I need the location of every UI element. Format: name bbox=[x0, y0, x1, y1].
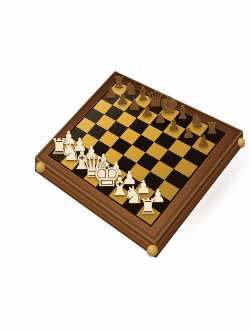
chess-set-photo: ♜♞♝♛♚♝♞♜♟♟♟♟♟♟♟♟♟♟♟♟♟♟♟♟♜♞♝♛♚♝♞♜ bbox=[0, 0, 250, 333]
board-foot-right bbox=[238, 138, 245, 147]
piece-black-pawn[interactable]: ♟ bbox=[128, 98, 141, 112]
board-foot-left bbox=[36, 162, 45, 173]
piece-black-pawn[interactable]: ♟ bbox=[168, 119, 181, 133]
board-foot-near bbox=[147, 245, 158, 256]
piece-black-pawn[interactable]: ♟ bbox=[116, 92, 129, 106]
piece-black-pawn[interactable]: ♟ bbox=[182, 126, 195, 140]
piece-black-pawn[interactable]: ♟ bbox=[141, 105, 154, 119]
piece-white-rook[interactable]: ♜ bbox=[139, 196, 158, 217]
piece-black-pawn[interactable]: ♟ bbox=[154, 111, 167, 125]
piece-black-pawn[interactable]: ♟ bbox=[197, 134, 210, 148]
